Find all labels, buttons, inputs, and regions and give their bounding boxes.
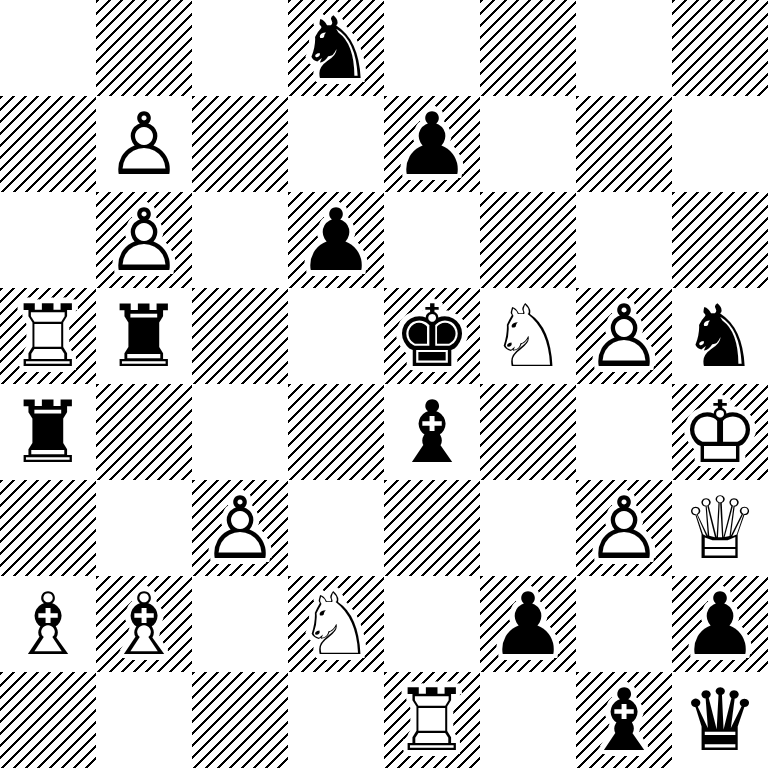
black-pawn-glyph: ♟ [480, 576, 576, 672]
square-f5[interactable]: ♞♘ [480, 288, 576, 384]
white-pawn-outline: ♙ [96, 192, 192, 288]
black-knight-glyph: ♞ [672, 288, 768, 384]
square-d7[interactable] [288, 96, 384, 192]
square-d3[interactable] [288, 480, 384, 576]
square-g1[interactable]: ♝ [576, 672, 672, 768]
square-b2[interactable]: ♝♗ [96, 576, 192, 672]
square-f8[interactable] [480, 0, 576, 96]
square-e4[interactable]: ♝ [384, 384, 480, 480]
white-pawn[interactable]: ♟♙ [576, 480, 672, 576]
white-knight[interactable]: ♞♘ [480, 288, 576, 384]
square-b1[interactable] [96, 672, 192, 768]
square-e8[interactable] [384, 0, 480, 96]
white-pawn[interactable]: ♟♙ [96, 96, 192, 192]
chess-board: ♞♟♙♟♟♙♟♜♖♜♚♞♘♟♙♞♜♝♚♔♟♙♟♙♛♕♝♗♝♗♞♘♟♟♜♖♝♛ [0, 0, 768, 768]
square-h2[interactable]: ♟ [672, 576, 768, 672]
white-bishop-outline: ♗ [0, 576, 96, 672]
square-b5[interactable]: ♜ [96, 288, 192, 384]
black-king-glyph: ♚ [384, 288, 480, 384]
black-pawn-glyph: ♟ [384, 96, 480, 192]
square-f1[interactable] [480, 672, 576, 768]
white-pawn[interactable]: ♟♙ [96, 192, 192, 288]
white-pawn-outline: ♙ [576, 480, 672, 576]
square-g2[interactable] [576, 576, 672, 672]
square-f7[interactable] [480, 96, 576, 192]
square-a4[interactable]: ♜ [0, 384, 96, 480]
square-a8[interactable] [0, 0, 96, 96]
square-c1[interactable] [192, 672, 288, 768]
square-d2[interactable]: ♞♘ [288, 576, 384, 672]
white-rook-outline: ♖ [0, 288, 96, 384]
black-rook-glyph: ♜ [96, 288, 192, 384]
square-h7[interactable] [672, 96, 768, 192]
square-h5[interactable]: ♞ [672, 288, 768, 384]
white-king[interactable]: ♚♔ [672, 384, 768, 480]
black-bishop-glyph: ♝ [576, 672, 672, 768]
square-b6[interactable]: ♟♙ [96, 192, 192, 288]
square-f2[interactable]: ♟ [480, 576, 576, 672]
white-pawn-outline: ♙ [192, 480, 288, 576]
square-c3[interactable]: ♟♙ [192, 480, 288, 576]
square-a3[interactable] [0, 480, 96, 576]
square-e2[interactable] [384, 576, 480, 672]
white-pawn-outline: ♙ [576, 288, 672, 384]
white-queen[interactable]: ♛♕ [672, 480, 768, 576]
square-d1[interactable] [288, 672, 384, 768]
white-pawn-outline: ♙ [96, 96, 192, 192]
square-c8[interactable] [192, 0, 288, 96]
square-h6[interactable] [672, 192, 768, 288]
square-g8[interactable] [576, 0, 672, 96]
square-c7[interactable] [192, 96, 288, 192]
white-bishop-outline: ♗ [96, 576, 192, 672]
black-rook-glyph: ♜ [0, 384, 96, 480]
square-h1[interactable]: ♛ [672, 672, 768, 768]
square-c4[interactable] [192, 384, 288, 480]
black-bishop[interactable]: ♝ [576, 672, 672, 768]
square-c5[interactable] [192, 288, 288, 384]
white-king-outline: ♔ [672, 384, 768, 480]
black-pawn-glyph: ♟ [288, 192, 384, 288]
black-bishop[interactable]: ♝ [384, 384, 480, 480]
black-pawn[interactable]: ♟ [384, 96, 480, 192]
square-d4[interactable] [288, 384, 384, 480]
square-d8[interactable]: ♞ [288, 0, 384, 96]
black-pawn[interactable]: ♟ [288, 192, 384, 288]
black-queen-glyph: ♛ [672, 672, 768, 768]
square-a7[interactable] [0, 96, 96, 192]
black-knight[interactable]: ♞ [672, 288, 768, 384]
square-b3[interactable] [96, 480, 192, 576]
black-bishop-glyph: ♝ [384, 384, 480, 480]
white-pawn[interactable]: ♟♙ [576, 288, 672, 384]
black-rook[interactable]: ♜ [96, 288, 192, 384]
square-e3[interactable] [384, 480, 480, 576]
white-knight-outline: ♘ [480, 288, 576, 384]
square-f6[interactable] [480, 192, 576, 288]
black-pawn-glyph: ♟ [672, 576, 768, 672]
square-a5[interactable]: ♜♖ [0, 288, 96, 384]
square-e5[interactable]: ♚ [384, 288, 480, 384]
square-c2[interactable] [192, 576, 288, 672]
square-e7[interactable]: ♟ [384, 96, 480, 192]
black-rook[interactable]: ♜ [0, 384, 96, 480]
black-pawn[interactable]: ♟ [672, 576, 768, 672]
square-h3[interactable]: ♛♕ [672, 480, 768, 576]
square-g4[interactable] [576, 384, 672, 480]
square-g3[interactable]: ♟♙ [576, 480, 672, 576]
square-a2[interactable]: ♝♗ [0, 576, 96, 672]
square-e6[interactable] [384, 192, 480, 288]
square-f4[interactable] [480, 384, 576, 480]
white-pawn[interactable]: ♟♙ [192, 480, 288, 576]
white-rook-outline: ♖ [384, 672, 480, 768]
square-e1[interactable]: ♜♖ [384, 672, 480, 768]
white-bishop[interactable]: ♝♗ [0, 576, 96, 672]
square-h8[interactable] [672, 0, 768, 96]
square-c6[interactable] [192, 192, 288, 288]
white-rook[interactable]: ♜♖ [384, 672, 480, 768]
black-king[interactable]: ♚ [384, 288, 480, 384]
white-bishop[interactable]: ♝♗ [96, 576, 192, 672]
white-rook[interactable]: ♜♖ [0, 288, 96, 384]
square-g5[interactable]: ♟♙ [576, 288, 672, 384]
square-g6[interactable] [576, 192, 672, 288]
black-pawn[interactable]: ♟ [480, 576, 576, 672]
square-b8[interactable] [96, 0, 192, 96]
square-h4[interactable]: ♚♔ [672, 384, 768, 480]
square-d6[interactable]: ♟ [288, 192, 384, 288]
black-knight-glyph: ♞ [288, 0, 384, 96]
square-d5[interactable] [288, 288, 384, 384]
square-a1[interactable] [0, 672, 96, 768]
square-a6[interactable] [0, 192, 96, 288]
square-g7[interactable] [576, 96, 672, 192]
black-queen[interactable]: ♛ [672, 672, 768, 768]
white-queen-outline: ♕ [672, 480, 768, 576]
black-knight[interactable]: ♞ [288, 0, 384, 96]
square-b7[interactable]: ♟♙ [96, 96, 192, 192]
square-b4[interactable] [96, 384, 192, 480]
square-f3[interactable] [480, 480, 576, 576]
white-knight[interactable]: ♞♘ [288, 576, 384, 672]
white-knight-outline: ♘ [288, 576, 384, 672]
